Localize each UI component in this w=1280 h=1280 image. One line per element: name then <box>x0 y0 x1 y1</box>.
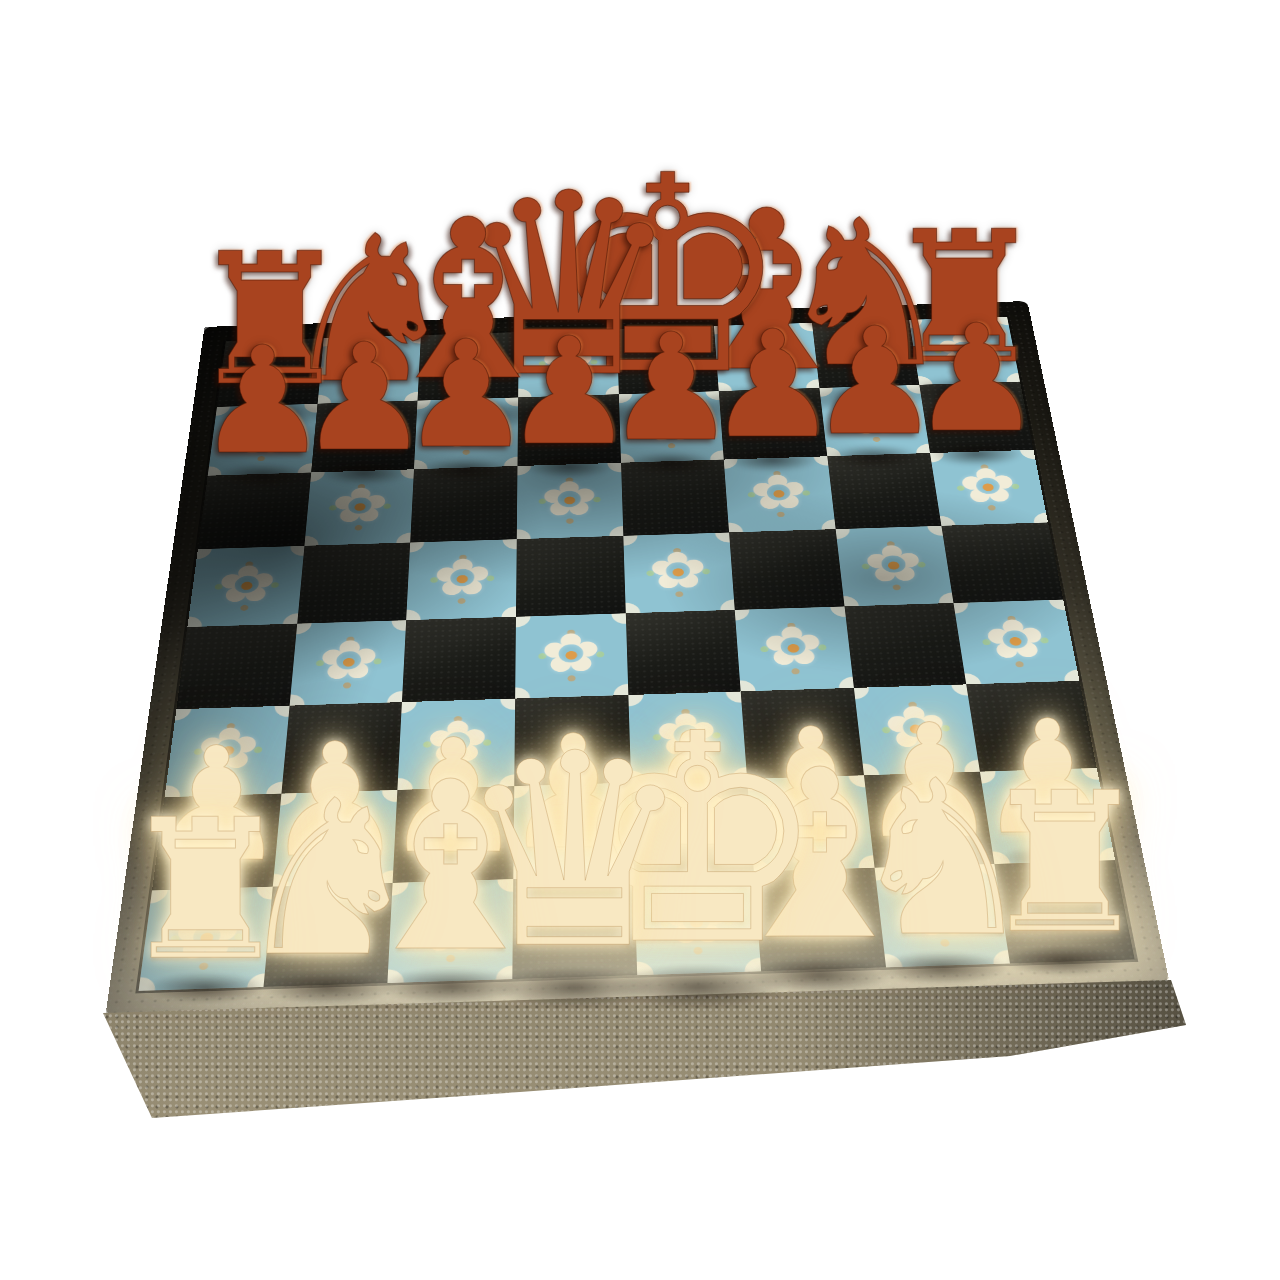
flower-motif-icon: ✿ <box>761 619 827 674</box>
square-h5[interactable] <box>942 522 1064 602</box>
piece-white-rook-a1[interactable]: ♜ <box>119 794 292 987</box>
square-a5[interactable]: ✿ <box>187 546 304 627</box>
flower-motif-icon: ✿ <box>647 544 709 596</box>
square-c5[interactable]: ✿ <box>406 539 516 620</box>
white-rook-icon: ♜ <box>119 794 292 987</box>
square-b5[interactable] <box>297 542 410 623</box>
square-c4[interactable] <box>402 616 516 702</box>
flower-motif-icon: ✿ <box>748 468 810 517</box>
scene: ✿✿✿✿✿✿✿✿✿✿✿✿✿✿✿✿✿✿✿✿✿✿✿✿✿✿✿✿✿✿✿✿ ♜♞♝♛♚♝♞… <box>0 0 1280 1280</box>
flower-motif-icon: ✿ <box>981 612 1051 667</box>
flower-motif-icon: ✿ <box>329 481 390 530</box>
black-pawn-icon: ♟ <box>196 327 329 475</box>
square-d5[interactable] <box>516 536 625 617</box>
flower-motif-icon: ✿ <box>541 474 599 523</box>
square-f5[interactable] <box>729 529 844 609</box>
flower-motif-icon: ✿ <box>316 633 381 689</box>
piece-black-pawn-a7[interactable]: ♟ <box>196 327 329 475</box>
flower-motif-icon: ✿ <box>432 551 493 603</box>
flower-motif-icon: ✿ <box>861 538 927 590</box>
square-e5[interactable]: ✿ <box>623 532 735 613</box>
square-g4[interactable] <box>844 603 966 688</box>
flower-motif-icon: ✿ <box>214 558 279 610</box>
square-b4[interactable]: ✿ <box>289 620 406 706</box>
square-a4[interactable] <box>176 623 297 709</box>
square-h4[interactable]: ✿ <box>954 599 1080 684</box>
square-g5[interactable]: ✿ <box>835 526 953 606</box>
flower-motif-icon: ✿ <box>955 461 1021 510</box>
